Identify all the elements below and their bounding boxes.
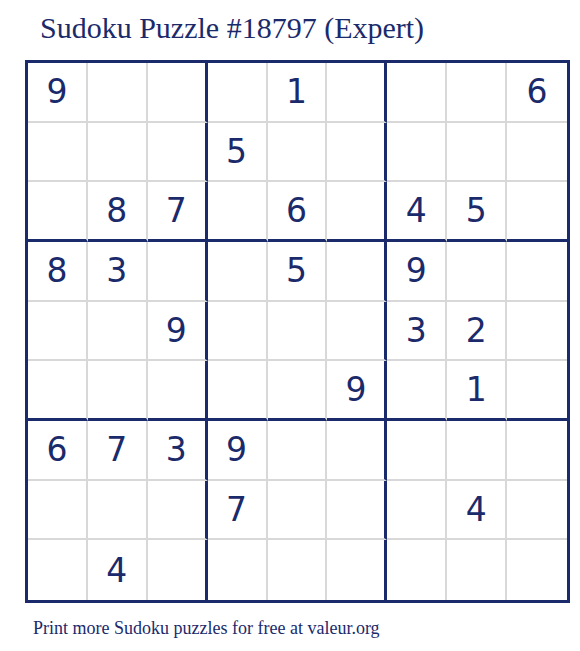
- cell-r7c7: [387, 421, 447, 481]
- cell-r1c6: [327, 63, 387, 123]
- cell-r2c1: [28, 123, 88, 183]
- cell-r5c7: 3: [387, 302, 447, 362]
- cell-r4c3: [148, 242, 208, 302]
- cell-r4c7: 9: [387, 242, 447, 302]
- cell-r2c6: [327, 123, 387, 183]
- cell-r8c9: [507, 481, 567, 541]
- cell-r9c9: [507, 540, 567, 600]
- cell-r7c9: [507, 421, 567, 481]
- cell-r4c2: 3: [88, 242, 148, 302]
- cell-r9c3: [148, 540, 208, 600]
- cell-r4c8: [447, 242, 507, 302]
- cell-r7c5: [268, 421, 328, 481]
- cell-r2c9: [507, 123, 567, 183]
- cell-r5c2: [88, 302, 148, 362]
- cell-r3c1: [28, 182, 88, 242]
- cell-r7c2: 7: [88, 421, 148, 481]
- cell-r6c6: 9: [327, 361, 387, 421]
- cell-r6c9: [507, 361, 567, 421]
- cell-r6c1: [28, 361, 88, 421]
- cell-r8c3: [148, 481, 208, 541]
- cell-r9c7: [387, 540, 447, 600]
- cell-r3c4: [208, 182, 268, 242]
- cell-r2c4: 5: [208, 123, 268, 183]
- cell-r8c2: [88, 481, 148, 541]
- cell-r3c5: 6: [268, 182, 328, 242]
- cell-r1c7: [387, 63, 447, 123]
- cell-r3c6: [327, 182, 387, 242]
- cell-r6c7: [387, 361, 447, 421]
- cell-r4c6: [327, 242, 387, 302]
- cell-r3c3: 7: [148, 182, 208, 242]
- cell-r8c5: [268, 481, 328, 541]
- cell-r7c1: 6: [28, 421, 88, 481]
- cell-r5c5: [268, 302, 328, 362]
- cell-r9c8: [447, 540, 507, 600]
- cell-r2c8: [447, 123, 507, 183]
- cell-r6c3: [148, 361, 208, 421]
- cell-r3c9: [507, 182, 567, 242]
- cell-r7c4: 9: [208, 421, 268, 481]
- cell-r7c8: [447, 421, 507, 481]
- cell-r5c6: [327, 302, 387, 362]
- cell-r1c2: [88, 63, 148, 123]
- cell-r9c4: [208, 540, 268, 600]
- cell-r4c9: [507, 242, 567, 302]
- sudoku-grid: 9165876458359932916739744: [25, 60, 570, 603]
- cell-r1c9: 6: [507, 63, 567, 123]
- cell-r2c5: [268, 123, 328, 183]
- cell-r8c1: [28, 481, 88, 541]
- cell-r3c2: 8: [88, 182, 148, 242]
- cell-r7c3: 3: [148, 421, 208, 481]
- cell-r1c1: 9: [28, 63, 88, 123]
- cell-r6c4: [208, 361, 268, 421]
- footer-note: Print more Sudoku puzzles for free at va…: [33, 618, 380, 639]
- cell-r4c5: 5: [268, 242, 328, 302]
- cell-r2c7: [387, 123, 447, 183]
- cell-r6c5: [268, 361, 328, 421]
- cell-r5c8: 2: [447, 302, 507, 362]
- cell-r2c3: [148, 123, 208, 183]
- cell-r1c5: 1: [268, 63, 328, 123]
- cell-r9c1: [28, 540, 88, 600]
- cell-r8c7: [387, 481, 447, 541]
- cell-r9c2: 4: [88, 540, 148, 600]
- cell-r4c4: [208, 242, 268, 302]
- cell-r5c4: [208, 302, 268, 362]
- cell-r8c8: 4: [447, 481, 507, 541]
- cell-r5c9: [507, 302, 567, 362]
- cell-r1c8: [447, 63, 507, 123]
- page-title: Sudoku Puzzle #18797 (Expert): [40, 11, 424, 45]
- cell-r6c2: [88, 361, 148, 421]
- cell-r2c2: [88, 123, 148, 183]
- cell-r6c8: 1: [447, 361, 507, 421]
- cell-r5c1: [28, 302, 88, 362]
- cell-r1c3: [148, 63, 208, 123]
- cell-r8c6: [327, 481, 387, 541]
- cell-r1c4: [208, 63, 268, 123]
- cell-r4c1: 8: [28, 242, 88, 302]
- cell-r3c7: 4: [387, 182, 447, 242]
- cell-r9c5: [268, 540, 328, 600]
- cell-r8c4: 7: [208, 481, 268, 541]
- cell-r9c6: [327, 540, 387, 600]
- cell-r3c8: 5: [447, 182, 507, 242]
- cell-r5c3: 9: [148, 302, 208, 362]
- cell-r7c6: [327, 421, 387, 481]
